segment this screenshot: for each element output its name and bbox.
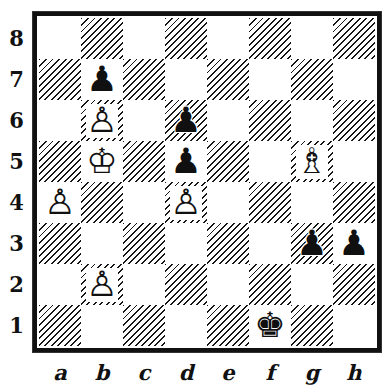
square-c3: [123, 223, 165, 264]
file-label-f: f: [249, 354, 291, 391]
square-f7: [249, 59, 291, 100]
rank-label-2: 2: [0, 263, 33, 306]
square-h4: [333, 182, 375, 223]
square-a3: [39, 223, 81, 264]
square-d5: ♟: [165, 141, 207, 182]
square-e1: [207, 305, 249, 346]
square-b4: [81, 182, 123, 223]
black-pawn-piece: ♟: [86, 59, 117, 100]
white-pawn-piece: ♙: [86, 264, 117, 305]
square-f2: [249, 264, 291, 305]
square-b1: [81, 305, 123, 346]
square-g3: ♟: [291, 223, 333, 264]
square-h2: [333, 264, 375, 305]
rank-label-3: 3: [0, 222, 33, 265]
square-b7: ♟: [81, 59, 123, 100]
square-f5: [249, 141, 291, 182]
square-e6: [207, 100, 249, 141]
black-pawn-piece: ♟: [296, 223, 327, 264]
rank-label-5: 5: [0, 140, 33, 183]
square-g1: [291, 305, 333, 346]
square-b2: ♙: [81, 264, 123, 305]
square-b5: ♔: [81, 141, 123, 182]
square-h3: ♟: [333, 223, 375, 264]
black-pawn-piece: ♟: [170, 100, 201, 141]
square-d8: [165, 18, 207, 59]
black-pawn-piece: ♟: [338, 223, 369, 264]
square-e5: [207, 141, 249, 182]
square-f8: [249, 18, 291, 59]
white-pawn-piece: ♙: [170, 182, 201, 223]
rank-label-4: 4: [0, 181, 33, 224]
square-a7: [39, 59, 81, 100]
square-c5: [123, 141, 165, 182]
square-g6: [291, 100, 333, 141]
square-d6: ♟: [165, 100, 207, 141]
chess-board: ♟♙♟♔♟♗♙♙♟♟♙♚: [33, 12, 381, 352]
rank-label-8: 8: [0, 17, 33, 60]
square-h6: [333, 100, 375, 141]
rank-label-7: 7: [0, 58, 33, 101]
white-king-piece: ♔: [86, 141, 117, 182]
square-d7: [165, 59, 207, 100]
square-c4: [123, 182, 165, 223]
square-c1: [123, 305, 165, 346]
chess-diagram: 87654321 ♟♙♟♔♟♗♙♙♟♟♙♚ abcdefgh: [0, 0, 385, 391]
square-b6: ♙: [81, 100, 123, 141]
square-e7: [207, 59, 249, 100]
square-d4: ♙: [165, 182, 207, 223]
square-c2: [123, 264, 165, 305]
square-a1: [39, 305, 81, 346]
file-label-g: g: [291, 354, 333, 391]
square-h8: [333, 18, 375, 59]
rank-labels: 87654321: [0, 12, 33, 354]
file-labels: abcdefgh: [33, 354, 385, 391]
white-pawn-piece: ♙: [44, 182, 75, 223]
square-a2: [39, 264, 81, 305]
square-a5: [39, 141, 81, 182]
square-e3: [207, 223, 249, 264]
black-king-piece: ♚: [254, 305, 285, 346]
square-d1: [165, 305, 207, 346]
square-g2: [291, 264, 333, 305]
file-label-e: e: [207, 354, 249, 391]
rank-label-1: 1: [0, 304, 33, 347]
file-label-b: b: [81, 354, 123, 391]
square-f1: ♚: [249, 305, 291, 346]
square-a6: [39, 100, 81, 141]
square-h1: [333, 305, 375, 346]
square-f6: [249, 100, 291, 141]
square-a8: [39, 18, 81, 59]
file-label-d: d: [165, 354, 207, 391]
square-h7: [333, 59, 375, 100]
square-g8: [291, 18, 333, 59]
square-c7: [123, 59, 165, 100]
square-f3: [249, 223, 291, 264]
square-e4: [207, 182, 249, 223]
black-pawn-piece: ♟: [170, 141, 201, 182]
square-g5: ♗: [291, 141, 333, 182]
white-bishop-piece: ♗: [296, 141, 327, 182]
square-a4: ♙: [39, 182, 81, 223]
rank-label-6: 6: [0, 99, 33, 142]
square-g7: [291, 59, 333, 100]
square-e2: [207, 264, 249, 305]
file-label-c: c: [123, 354, 165, 391]
square-c8: [123, 18, 165, 59]
square-g4: [291, 182, 333, 223]
square-f4: [249, 182, 291, 223]
square-d3: [165, 223, 207, 264]
file-label-a: a: [39, 354, 81, 391]
file-label-h: h: [333, 354, 375, 391]
square-b3: [81, 223, 123, 264]
square-b8: [81, 18, 123, 59]
square-c6: [123, 100, 165, 141]
square-e8: [207, 18, 249, 59]
square-d2: [165, 264, 207, 305]
white-pawn-piece: ♙: [86, 100, 117, 141]
square-h5: [333, 141, 375, 182]
